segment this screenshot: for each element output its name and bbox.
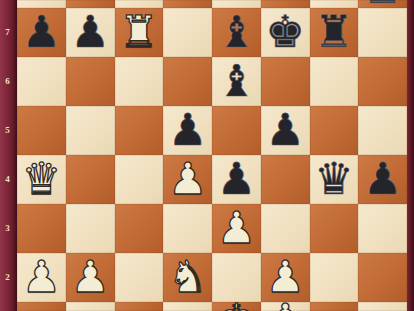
square-a5 [17, 106, 66, 155]
square-a4 [17, 155, 66, 204]
rank-label-7: 7 [0, 26, 15, 38]
square-c8 [115, 0, 164, 8]
chess-diagram: ♜♟♟♜♝♚♜♝♟♟♛♟♟♛♟♟♟♟♞♟♚♝ 765432 [0, 0, 414, 311]
square-b3 [66, 204, 115, 253]
square-e2 [212, 253, 261, 302]
square-e1 [212, 302, 261, 311]
square-d5 [163, 106, 212, 155]
square-d3 [163, 204, 212, 253]
square-h6 [358, 57, 407, 106]
square-c7 [115, 8, 164, 57]
square-h1 [358, 302, 407, 311]
board-grid [17, 0, 407, 311]
square-d4 [163, 155, 212, 204]
square-e3 [212, 204, 261, 253]
square-f6 [261, 57, 310, 106]
square-a3 [17, 204, 66, 253]
rank-label-5: 5 [0, 124, 15, 136]
square-a2 [17, 253, 66, 302]
square-b1 [66, 302, 115, 311]
square-e5 [212, 106, 261, 155]
square-b8 [66, 0, 115, 8]
square-b6 [66, 57, 115, 106]
square-f3 [261, 204, 310, 253]
square-g6 [310, 57, 359, 106]
square-a6 [17, 57, 66, 106]
square-h5 [358, 106, 407, 155]
board-spine-right [407, 0, 414, 311]
square-e7 [212, 8, 261, 57]
square-c5 [115, 106, 164, 155]
board-spine-left: 765432 [0, 0, 17, 311]
square-g8 [310, 0, 359, 8]
square-h7 [358, 8, 407, 57]
square-g7 [310, 8, 359, 57]
square-e4 [212, 155, 261, 204]
rank-label-2: 2 [0, 271, 15, 283]
square-d1 [163, 302, 212, 311]
square-d6 [163, 57, 212, 106]
square-b4 [66, 155, 115, 204]
square-e6 [212, 57, 261, 106]
square-d8 [163, 0, 212, 8]
square-g3 [310, 204, 359, 253]
square-c2 [115, 253, 164, 302]
square-c6 [115, 57, 164, 106]
square-h2 [358, 253, 407, 302]
square-f5 [261, 106, 310, 155]
square-b2 [66, 253, 115, 302]
square-f8 [261, 0, 310, 8]
square-f2 [261, 253, 310, 302]
square-b5 [66, 106, 115, 155]
square-f7 [261, 8, 310, 57]
square-f1 [261, 302, 310, 311]
square-g1 [310, 302, 359, 311]
rank-label-4: 4 [0, 173, 15, 185]
square-b7 [66, 8, 115, 57]
square-c3 [115, 204, 164, 253]
square-g2 [310, 253, 359, 302]
chess-board: ♜♟♟♜♝♚♜♝♟♟♛♟♟♛♟♟♟♟♞♟♚♝ [17, 0, 407, 311]
square-d7 [163, 8, 212, 57]
square-h3 [358, 204, 407, 253]
rank-label-6: 6 [0, 75, 15, 87]
square-d2 [163, 253, 212, 302]
square-e8 [212, 0, 261, 8]
square-h8 [358, 0, 407, 8]
rank-label-3: 3 [0, 222, 15, 234]
square-a7 [17, 8, 66, 57]
square-g4 [310, 155, 359, 204]
square-a8 [17, 0, 66, 8]
square-c1 [115, 302, 164, 311]
square-c4 [115, 155, 164, 204]
square-h4 [358, 155, 407, 204]
square-f4 [261, 155, 310, 204]
square-g5 [310, 106, 359, 155]
square-a1 [17, 302, 66, 311]
